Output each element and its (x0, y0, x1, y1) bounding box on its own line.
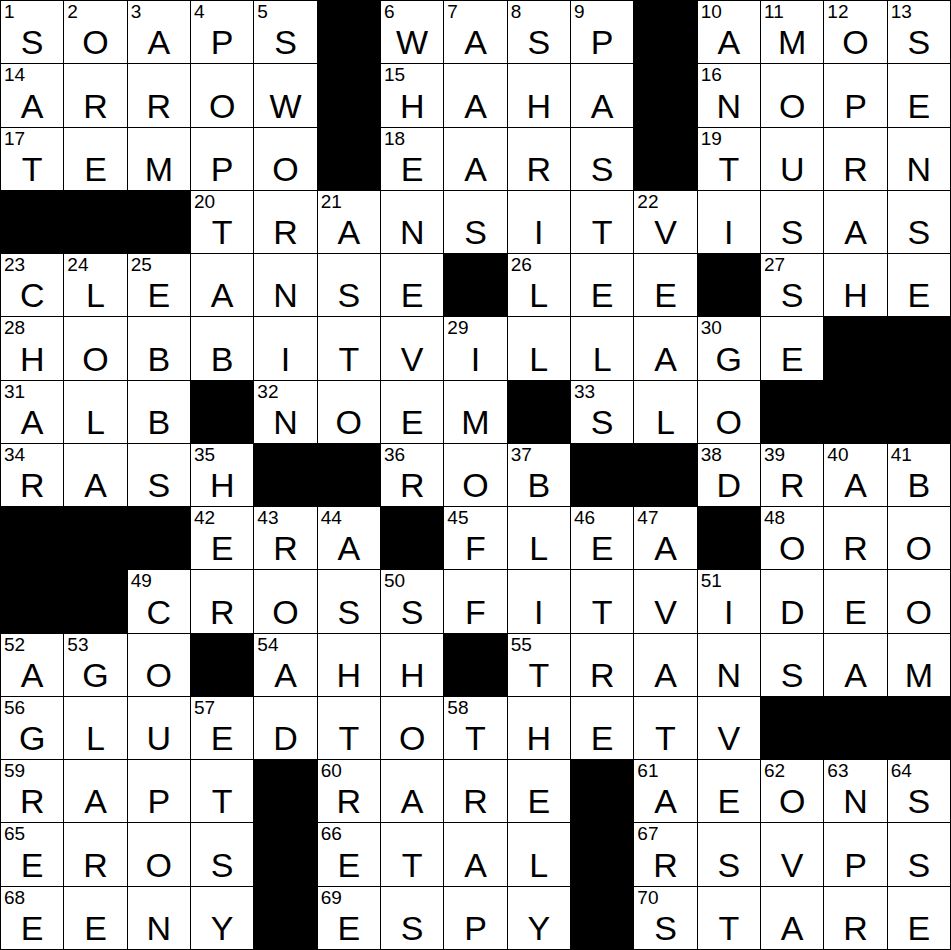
grid-cell-r14c11[interactable]: 67R (634, 823, 696, 885)
grid-cell-r3c4[interactable]: P (191, 128, 253, 190)
cell-number: 67 (637, 823, 658, 845)
cell-letter: H (381, 658, 443, 692)
cell-letter: A (634, 531, 696, 565)
grid-cell-r9c4[interactable]: 42E (191, 507, 253, 569)
cell-letter: B (888, 468, 950, 502)
grid-cell-r1c10[interactable]: 9P (571, 1, 633, 63)
cell-letter: R (761, 468, 823, 502)
grid-cell-r6c10[interactable]: L (571, 317, 633, 379)
cell-number: 59 (4, 760, 25, 782)
grid-cell-r6c11[interactable]: A (634, 317, 696, 379)
cell-letter: D (761, 595, 823, 629)
cell-letter: M (444, 405, 506, 439)
cell-number: 46 (574, 507, 595, 529)
grid-cell-r11c7[interactable]: H (381, 634, 443, 696)
grid-cell-r2c7[interactable]: 15H (381, 64, 443, 126)
cell-number: 54 (257, 634, 278, 656)
grid-cell-r7c6[interactable]: O (318, 381, 380, 443)
grid-cell-r6c5[interactable]: I (254, 317, 316, 379)
grid-cell-r9c8[interactable]: 45F (444, 507, 506, 569)
grid-cell-r2c4[interactable]: O (191, 64, 253, 126)
grid-cell-r9c14[interactable]: R (824, 507, 886, 569)
cell-letter: A (1, 89, 63, 123)
grid-cell-r7c10[interactable]: 33S (571, 381, 633, 443)
grid-cell-r12c7[interactable]: O (381, 697, 443, 759)
grid-cell-r15c2[interactable]: E (64, 887, 126, 949)
grid-cell-r14c7[interactable]: T (381, 823, 443, 885)
grid-cell-r3c10[interactable]: S (571, 128, 633, 190)
grid-cell-r2c10[interactable]: A (571, 64, 633, 126)
grid-cell-r5c3[interactable]: 25E (128, 254, 190, 316)
cell-letter: V (698, 721, 760, 755)
grid-cell-r5c10[interactable]: E (571, 254, 633, 316)
grid-cell-r13c14[interactable]: 63N (824, 760, 886, 822)
cell-number: 26 (511, 254, 532, 276)
grid-cell-r9c15[interactable]: O (888, 507, 950, 569)
grid-cell-r3c5[interactable]: O (254, 128, 316, 190)
cell-letter: O (761, 531, 823, 565)
cell-letter: L (64, 405, 126, 439)
grid-cell-r10c6[interactable]: S (318, 570, 380, 632)
cell-letter: A (444, 152, 506, 186)
cell-letter: E (824, 595, 886, 629)
grid-cell-r8c8[interactable]: O (444, 444, 506, 506)
cell-letter: W (381, 25, 443, 59)
cell-letter: N (824, 784, 886, 818)
grid-cell-r4c9[interactable]: I (508, 191, 570, 253)
grid-cell-r2c13[interactable]: O (761, 64, 823, 126)
grid-cell-r14c8[interactable]: A (444, 823, 506, 885)
grid-cell-r10c8[interactable]: F (444, 570, 506, 632)
grid-cell-r5c7[interactable]: E (381, 254, 443, 316)
grid-cell-r8c14[interactable]: 40A (824, 444, 886, 506)
grid-cell-r12c1[interactable]: 56G (1, 697, 63, 759)
cell-letter: T (698, 911, 760, 945)
grid-cell-r10c11[interactable]: V (634, 570, 696, 632)
grid-cell-r10c13[interactable]: D (761, 570, 823, 632)
black-cell-r7c9 (508, 381, 570, 443)
cell-letter: L (508, 278, 570, 312)
grid-cell-r10c10[interactable]: T (571, 570, 633, 632)
grid-cell-r12c8[interactable]: 58T (444, 697, 506, 759)
grid-cell-r3c2[interactable]: E (64, 128, 126, 190)
cell-number: 3 (131, 1, 142, 23)
grid-cell-r12c6[interactable]: T (318, 697, 380, 759)
cell-number: 55 (511, 634, 532, 656)
cell-letter: E (381, 405, 443, 439)
grid-cell-r3c8[interactable]: A (444, 128, 506, 190)
black-cell-r4c1 (1, 191, 63, 253)
cell-number: 21 (321, 191, 342, 213)
grid-cell-r6c2[interactable]: O (64, 317, 126, 379)
grid-cell-r1c14[interactable]: 12O (824, 1, 886, 63)
grid-cell-r10c15[interactable]: O (888, 570, 950, 632)
grid-cell-r7c8[interactable]: M (444, 381, 506, 443)
grid-cell-r8c9[interactable]: 37B (508, 444, 570, 506)
grid-cell-r6c4[interactable]: B (191, 317, 253, 379)
grid-cell-r15c9[interactable]: Y (508, 887, 570, 949)
black-cell-r15c10 (571, 887, 633, 949)
cell-letter: T (571, 215, 633, 249)
grid-cell-r6c13[interactable]: E (761, 317, 823, 379)
cell-number: 9 (574, 1, 585, 23)
grid-cell-r7c2[interactable]: L (64, 381, 126, 443)
grid-cell-r13c3[interactable]: P (128, 760, 190, 822)
grid-cell-r11c5[interactable]: 54A (254, 634, 316, 696)
grid-cell-r14c13[interactable]: V (761, 823, 823, 885)
grid-cell-r3c1[interactable]: 17T (1, 128, 63, 190)
grid-cell-r11c15[interactable]: M (888, 634, 950, 696)
cell-letter: P (824, 89, 886, 123)
grid-cell-r13c1[interactable]: 59R (1, 760, 63, 822)
cell-number: 18 (384, 128, 405, 150)
cell-number: 19 (701, 128, 722, 150)
cell-letter: S (761, 278, 823, 312)
grid-cell-r7c12[interactable]: O (698, 381, 760, 443)
grid-cell-r13c15[interactable]: 64S (888, 760, 950, 822)
grid-cell-r13c2[interactable]: A (64, 760, 126, 822)
grid-cell-r14c3[interactable]: O (128, 823, 190, 885)
grid-cell-r15c7[interactable]: S (381, 887, 443, 949)
cell-letter: G (64, 658, 126, 692)
grid-cell-r2c3[interactable]: R (128, 64, 190, 126)
cell-number: 37 (511, 444, 532, 466)
cell-number: 39 (764, 444, 785, 466)
grid-cell-r4c12[interactable]: I (698, 191, 760, 253)
grid-cell-r2c9[interactable]: H (508, 64, 570, 126)
grid-cell-r9c11[interactable]: 47A (634, 507, 696, 569)
cell-letter: P (191, 25, 253, 59)
cell-number: 62 (764, 760, 785, 782)
cell-letter: U (761, 152, 823, 186)
grid-cell-r5c9[interactable]: 26L (508, 254, 570, 316)
grid-cell-r5c13[interactable]: 27S (761, 254, 823, 316)
grid-cell-r8c15[interactable]: 41B (888, 444, 950, 506)
grid-cell-r11c9[interactable]: 55T (508, 634, 570, 696)
cell-number: 56 (4, 697, 25, 719)
grid-cell-r7c7[interactable]: E (381, 381, 443, 443)
grid-cell-r1c15[interactable]: 13S (888, 1, 950, 63)
grid-cell-r11c12[interactable]: N (698, 634, 760, 696)
grid-cell-r11c10[interactable]: R (571, 634, 633, 696)
grid-cell-r9c10[interactable]: 46E (571, 507, 633, 569)
grid-cell-r12c2[interactable]: L (64, 697, 126, 759)
grid-cell-r15c6[interactable]: 69E (318, 887, 380, 949)
black-cell-r4c2 (64, 191, 126, 253)
cell-letter: V (634, 215, 696, 249)
grid-cell-r3c12[interactable]: 19T (698, 128, 760, 190)
cell-letter: E (191, 721, 253, 755)
cell-number: 20 (194, 191, 215, 213)
cell-letter: V (761, 848, 823, 882)
cell-letter: S (1, 25, 63, 59)
grid-cell-r8c13[interactable]: 39R (761, 444, 823, 506)
grid-cell-r14c9[interactable]: L (508, 823, 570, 885)
grid-cell-r5c11[interactable]: E (634, 254, 696, 316)
cell-letter: G (1, 721, 63, 755)
grid-cell-r2c14[interactable]: P (824, 64, 886, 126)
cell-letter: B (128, 405, 190, 439)
cell-number: 38 (701, 444, 722, 466)
cell-letter: P (444, 911, 506, 945)
grid-cell-r6c3[interactable]: B (128, 317, 190, 379)
grid-cell-r3c9[interactable]: R (508, 128, 570, 190)
cell-letter: E (381, 152, 443, 186)
grid-cell-r6c6[interactable]: T (318, 317, 380, 379)
grid-cell-r2c15[interactable]: E (888, 64, 950, 126)
cell-letter: R (128, 89, 190, 123)
grid-cell-r3c7[interactable]: 18E (381, 128, 443, 190)
cell-letter: E (888, 911, 950, 945)
cell-letter: A (318, 531, 380, 565)
grid-cell-r2c2[interactable]: R (64, 64, 126, 126)
grid-cell-r4c13[interactable]: S (761, 191, 823, 253)
cell-letter: A (824, 215, 886, 249)
grid-cell-r1c13[interactable]: 11M (761, 1, 823, 63)
grid-cell-r10c5[interactable]: O (254, 570, 316, 632)
grid-cell-r4c10[interactable]: T (571, 191, 633, 253)
cell-letter: S (888, 784, 950, 818)
grid-cell-r11c13[interactable]: S (761, 634, 823, 696)
grid-cell-r8c7[interactable]: 36R (381, 444, 443, 506)
cell-number: 22 (637, 191, 658, 213)
black-cell-r11c4 (191, 634, 253, 696)
grid-cell-r7c3[interactable]: B (128, 381, 190, 443)
grid-cell-r5c14[interactable]: H (824, 254, 886, 316)
grid-cell-r11c2[interactable]: 53G (64, 634, 126, 696)
black-cell-r9c3 (128, 507, 190, 569)
grid-cell-r14c4[interactable]: S (191, 823, 253, 885)
grid-cell-r7c11[interactable]: L (634, 381, 696, 443)
cell-letter: S (381, 595, 443, 629)
cell-number: 58 (447, 697, 468, 719)
grid-cell-r6c12[interactable]: 30G (698, 317, 760, 379)
cell-number: 14 (4, 64, 25, 86)
cell-letter: A (318, 215, 380, 249)
grid-cell-r4c15[interactable]: S (888, 191, 950, 253)
grid-cell-r13c11[interactable]: 61A (634, 760, 696, 822)
cell-number: 2 (67, 1, 78, 23)
grid-cell-r15c15[interactable]: E (888, 887, 950, 949)
cell-letter: E (761, 342, 823, 376)
grid-cell-r14c2[interactable]: R (64, 823, 126, 885)
cell-letter: L (634, 405, 696, 439)
grid-cell-r10c3[interactable]: 49C (128, 570, 190, 632)
grid-cell-r12c12[interactable]: V (698, 697, 760, 759)
grid-cell-r8c1[interactable]: 34R (1, 444, 63, 506)
grid-cell-r1c5[interactable]: 5S (254, 1, 316, 63)
grid-cell-r9c9[interactable]: L (508, 507, 570, 569)
grid-cell-r15c1[interactable]: 68E (1, 887, 63, 949)
black-cell-r15c5 (254, 887, 316, 949)
black-cell-r1c11 (634, 1, 696, 63)
black-cell-r8c10 (571, 444, 633, 506)
grid-cell-r10c12[interactable]: 51I (698, 570, 760, 632)
grid-cell-r9c13[interactable]: 48O (761, 507, 823, 569)
grid-cell-r15c12[interactable]: T (698, 887, 760, 949)
grid-cell-r4c8[interactable]: S (444, 191, 506, 253)
cell-letter: E (888, 278, 950, 312)
cell-number: 34 (4, 444, 25, 466)
cell-letter: V (381, 342, 443, 376)
grid-cell-r8c2[interactable]: A (64, 444, 126, 506)
grid-cell-r14c14[interactable]: P (824, 823, 886, 885)
cell-number: 60 (321, 760, 342, 782)
grid-cell-r4c7[interactable]: N (381, 191, 443, 253)
cell-letter: S (381, 911, 443, 945)
grid-cell-r6c8[interactable]: 29I (444, 317, 506, 379)
cell-number: 41 (891, 444, 912, 466)
cell-letter: E (191, 531, 253, 565)
cell-number: 27 (764, 254, 785, 276)
grid-cell-r13c7[interactable]: A (381, 760, 443, 822)
grid-cell-r13c12[interactable]: E (698, 760, 760, 822)
grid-cell-r13c8[interactable]: R (444, 760, 506, 822)
grid-cell-r4c6[interactable]: 21A (318, 191, 380, 253)
cell-number: 69 (321, 887, 342, 909)
cell-letter: T (318, 342, 380, 376)
black-cell-r6c14 (824, 317, 886, 379)
grid-cell-r8c12[interactable]: 38D (698, 444, 760, 506)
cell-letter: E (64, 911, 126, 945)
grid-cell-r2c12[interactable]: 16N (698, 64, 760, 126)
grid-cell-r8c3[interactable]: S (128, 444, 190, 506)
grid-cell-r15c4[interactable]: Y (191, 887, 253, 949)
grid-cell-r1c12[interactable]: 10A (698, 1, 760, 63)
grid-cell-r1c4[interactable]: 4P (191, 1, 253, 63)
cell-letter: A (824, 658, 886, 692)
grid-cell-r12c11[interactable]: T (634, 697, 696, 759)
grid-cell-r4c11[interactable]: 22V (634, 191, 696, 253)
grid-cell-r15c11[interactable]: 70S (634, 887, 696, 949)
black-cell-r3c11 (634, 128, 696, 190)
cell-number: 4 (194, 1, 205, 23)
cell-letter: P (824, 848, 886, 882)
grid-cell-r14c15[interactable]: S (888, 823, 950, 885)
grid-cell-r13c4[interactable]: T (191, 760, 253, 822)
grid-cell-r4c14[interactable]: A (824, 191, 886, 253)
grid-cell-r7c5[interactable]: 32N (254, 381, 316, 443)
cell-letter: S (571, 405, 633, 439)
grid-cell-r5c4[interactable]: A (191, 254, 253, 316)
grid-cell-r4c4[interactable]: 20T (191, 191, 253, 253)
grid-cell-r1c2[interactable]: 2O (64, 1, 126, 63)
cell-number: 35 (194, 444, 215, 466)
grid-cell-r12c10[interactable]: E (571, 697, 633, 759)
grid-cell-r2c5[interactable]: W (254, 64, 316, 126)
grid-cell-r6c1[interactable]: 28H (1, 317, 63, 379)
cell-letter: L (64, 278, 126, 312)
cell-letter: P (128, 784, 190, 818)
grid-cell-r11c11[interactable]: A (634, 634, 696, 696)
grid-cell-r11c1[interactable]: 52A (1, 634, 63, 696)
cell-letter: H (824, 278, 886, 312)
cell-number: 47 (637, 507, 658, 529)
cell-letter: N (698, 89, 760, 123)
grid-cell-r6c9[interactable]: L (508, 317, 570, 379)
cell-letter: T (634, 721, 696, 755)
grid-cell-r5c15[interactable]: E (888, 254, 950, 316)
black-cell-r7c15 (888, 381, 950, 443)
grid-cell-r12c4[interactable]: 57E (191, 697, 253, 759)
grid-cell-r15c8[interactable]: P (444, 887, 506, 949)
grid-cell-r10c4[interactable]: R (191, 570, 253, 632)
grid-cell-r2c1[interactable]: 14A (1, 64, 63, 126)
grid-cell-r2c8[interactable]: A (444, 64, 506, 126)
grid-cell-r15c14[interactable]: R (824, 887, 886, 949)
cell-letter: V (634, 595, 696, 629)
grid-cell-r1c3[interactable]: 3A (128, 1, 190, 63)
grid-cell-r9c6[interactable]: 44A (318, 507, 380, 569)
cell-letter: L (508, 848, 570, 882)
grid-cell-r15c3[interactable]: N (128, 887, 190, 949)
grid-cell-r1c8[interactable]: 7A (444, 1, 506, 63)
cell-number: 66 (321, 823, 342, 845)
grid-cell-r3c3[interactable]: M (128, 128, 190, 190)
grid-cell-r11c3[interactable]: O (128, 634, 190, 696)
cell-letter: T (508, 658, 570, 692)
grid-cell-r11c14[interactable]: A (824, 634, 886, 696)
grid-cell-r13c9[interactable]: E (508, 760, 570, 822)
black-cell-r14c10 (571, 823, 633, 885)
grid-cell-r3c14[interactable]: R (824, 128, 886, 190)
grid-cell-r13c6[interactable]: 60R (318, 760, 380, 822)
grid-cell-r5c1[interactable]: 23C (1, 254, 63, 316)
grid-cell-r1c7[interactable]: 6W (381, 1, 443, 63)
grid-cell-r1c9[interactable]: 8S (508, 1, 570, 63)
grid-cell-r3c15[interactable]: N (888, 128, 950, 190)
grid-cell-r12c9[interactable]: H (508, 697, 570, 759)
grid-cell-r5c2[interactable]: 24L (64, 254, 126, 316)
grid-cell-r5c5[interactable]: N (254, 254, 316, 316)
cell-letter: E (888, 89, 950, 123)
cell-number: 10 (701, 1, 722, 23)
grid-cell-r10c7[interactable]: 50S (381, 570, 443, 632)
grid-cell-r11c6[interactable]: H (318, 634, 380, 696)
cell-letter: S (191, 848, 253, 882)
grid-cell-r8c4[interactable]: 35H (191, 444, 253, 506)
grid-cell-r6c7[interactable]: V (381, 317, 443, 379)
grid-cell-r12c5[interactable]: D (254, 697, 316, 759)
cell-letter: A (64, 784, 126, 818)
cell-letter: A (128, 25, 190, 59)
grid-cell-r12c3[interactable]: U (128, 697, 190, 759)
grid-cell-r10c14[interactable]: E (824, 570, 886, 632)
grid-cell-r1c1[interactable]: 1S (1, 1, 63, 63)
grid-cell-r14c1[interactable]: 65E (1, 823, 63, 885)
grid-cell-r14c12[interactable]: S (698, 823, 760, 885)
cell-letter: S (254, 25, 316, 59)
grid-cell-r15c13[interactable]: A (761, 887, 823, 949)
grid-cell-r10c9[interactable]: I (508, 570, 570, 632)
cell-letter: I (254, 342, 316, 376)
grid-cell-r14c6[interactable]: 66E (318, 823, 380, 885)
cell-letter: I (444, 342, 506, 376)
grid-cell-r5c6[interactable]: S (318, 254, 380, 316)
cell-letter: S (888, 848, 950, 882)
grid-cell-r9c5[interactable]: 43R (254, 507, 316, 569)
grid-cell-r7c1[interactable]: 31A (1, 381, 63, 443)
grid-cell-r13c13[interactable]: 62O (761, 760, 823, 822)
grid-cell-r4c5[interactable]: R (254, 191, 316, 253)
cell-letter: W (254, 89, 316, 123)
grid-cell-r3c13[interactable]: U (761, 128, 823, 190)
cell-letter: S (698, 848, 760, 882)
black-cell-r7c13 (761, 381, 823, 443)
cell-letter: P (191, 152, 253, 186)
cell-number: 8 (511, 1, 522, 23)
cell-letter: F (444, 531, 506, 565)
